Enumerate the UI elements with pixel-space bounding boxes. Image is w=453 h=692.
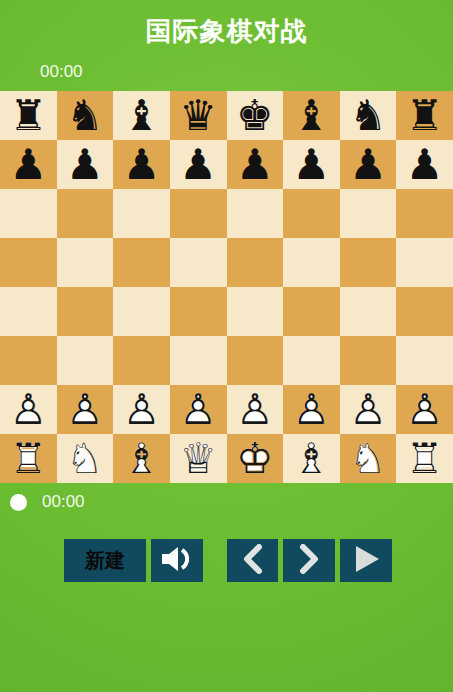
piece-black-pawn: ♟: [396, 140, 453, 189]
square-b8[interactable]: ♞: [57, 91, 114, 140]
piece-white-pawn: ♟♙: [113, 385, 170, 434]
square-a3[interactable]: [0, 336, 57, 385]
square-g6[interactable]: [340, 189, 397, 238]
square-b2[interactable]: ♟♙: [57, 385, 114, 434]
piece-black-pawn: ♟: [0, 140, 57, 189]
square-a1[interactable]: ♜♖: [0, 434, 57, 483]
square-e5[interactable]: [227, 238, 284, 287]
piece-white-pawn: ♟♙: [57, 385, 114, 434]
piece-white-pawn: ♟♙: [340, 385, 397, 434]
piece-white-king: ♚♔: [227, 434, 284, 483]
square-a2[interactable]: ♟♙: [0, 385, 57, 434]
chess-board: ♜♞♝♛♚♝♞♜♟♟♟♟♟♟♟♟♟♙♟♙♟♙♟♙♟♙♟♙♟♙♟♙♜♖♞♘♝♗♛♕…: [0, 91, 453, 483]
square-a4[interactable]: [0, 287, 57, 336]
square-c4[interactable]: [113, 287, 170, 336]
sound-button[interactable]: [151, 539, 203, 582]
piece-white-rook: ♜♖: [396, 434, 453, 483]
piece-black-pawn: ♟: [283, 140, 340, 189]
piece-white-pawn: ♟♙: [396, 385, 453, 434]
square-f4[interactable]: [283, 287, 340, 336]
square-f7[interactable]: ♟: [283, 140, 340, 189]
square-e3[interactable]: [227, 336, 284, 385]
square-f1[interactable]: ♝♗: [283, 434, 340, 483]
piece-white-bishop: ♝♗: [113, 434, 170, 483]
piece-black-pawn: ♟: [113, 140, 170, 189]
piece-black-queen: ♛: [170, 91, 227, 140]
square-g1[interactable]: ♞♘: [340, 434, 397, 483]
square-h1[interactable]: ♜♖: [396, 434, 453, 483]
white-turn-indicator-dot: [10, 494, 27, 511]
play-icon: [350, 543, 382, 578]
previous-move-button[interactable]: [227, 539, 278, 582]
piece-white-bishop: ♝♗: [283, 434, 340, 483]
square-e8[interactable]: ♚: [227, 91, 284, 140]
square-h5[interactable]: [396, 238, 453, 287]
piece-black-pawn: ♟: [170, 140, 227, 189]
square-b3[interactable]: [57, 336, 114, 385]
square-f6[interactable]: [283, 189, 340, 238]
square-d6[interactable]: [170, 189, 227, 238]
piece-white-knight: ♞♘: [57, 434, 114, 483]
white-clock: 00:00: [42, 492, 85, 512]
square-a8[interactable]: ♜: [0, 91, 57, 140]
piece-black-bishop: ♝: [283, 91, 340, 140]
square-d3[interactable]: [170, 336, 227, 385]
square-d5[interactable]: [170, 238, 227, 287]
square-e1[interactable]: ♚♔: [227, 434, 284, 483]
square-h6[interactable]: [396, 189, 453, 238]
square-g7[interactable]: ♟: [340, 140, 397, 189]
piece-black-knight: ♞: [57, 91, 114, 140]
piece-white-pawn: ♟♙: [283, 385, 340, 434]
square-c5[interactable]: [113, 238, 170, 287]
square-g2[interactable]: ♟♙: [340, 385, 397, 434]
square-b7[interactable]: ♟: [57, 140, 114, 189]
toolbar: 新建: [64, 539, 392, 582]
piece-white-pawn: ♟♙: [170, 385, 227, 434]
piece-black-rook: ♜: [0, 91, 57, 140]
square-h3[interactable]: [396, 336, 453, 385]
piece-black-king: ♚: [227, 91, 284, 140]
square-d7[interactable]: ♟: [170, 140, 227, 189]
volume-icon: [160, 544, 194, 577]
square-c3[interactable]: [113, 336, 170, 385]
square-h8[interactable]: ♜: [396, 91, 453, 140]
chevron-right-icon: [296, 544, 322, 577]
square-g4[interactable]: [340, 287, 397, 336]
next-move-button[interactable]: [283, 539, 335, 582]
piece-black-knight: ♞: [340, 91, 397, 140]
square-f2[interactable]: ♟♙: [283, 385, 340, 434]
new-game-button[interactable]: 新建: [64, 539, 146, 582]
square-a5[interactable]: [0, 238, 57, 287]
piece-black-pawn: ♟: [227, 140, 284, 189]
square-a6[interactable]: [0, 189, 57, 238]
play-button[interactable]: [340, 539, 392, 582]
square-g5[interactable]: [340, 238, 397, 287]
piece-black-pawn: ♟: [57, 140, 114, 189]
square-e6[interactable]: [227, 189, 284, 238]
square-e7[interactable]: ♟: [227, 140, 284, 189]
piece-white-pawn: ♟♙: [227, 385, 284, 434]
square-h7[interactable]: ♟: [396, 140, 453, 189]
square-e4[interactable]: [227, 287, 284, 336]
piece-white-knight: ♞♘: [340, 434, 397, 483]
square-g3[interactable]: [340, 336, 397, 385]
square-d2[interactable]: ♟♙: [170, 385, 227, 434]
square-c6[interactable]: [113, 189, 170, 238]
square-c2[interactable]: ♟♙: [113, 385, 170, 434]
square-f5[interactable]: [283, 238, 340, 287]
square-h4[interactable]: [396, 287, 453, 336]
square-a7[interactable]: ♟: [0, 140, 57, 189]
piece-black-pawn: ♟: [340, 140, 397, 189]
square-b1[interactable]: ♞♘: [57, 434, 114, 483]
square-c7[interactable]: ♟: [113, 140, 170, 189]
chevron-left-icon: [240, 544, 266, 577]
square-g8[interactable]: ♞: [340, 91, 397, 140]
black-clock: 00:00: [40, 62, 83, 82]
piece-black-rook: ♜: [396, 91, 453, 140]
square-d1[interactable]: ♛♕: [170, 434, 227, 483]
square-b4[interactable]: [57, 287, 114, 336]
square-h2[interactable]: ♟♙: [396, 385, 453, 434]
square-b6[interactable]: [57, 189, 114, 238]
square-b5[interactable]: [57, 238, 114, 287]
square-f3[interactable]: [283, 336, 340, 385]
piece-black-bishop: ♝: [113, 91, 170, 140]
page-title: 国际象棋对战: [0, 14, 453, 49]
square-c1[interactable]: ♝♗: [113, 434, 170, 483]
piece-white-rook: ♜♖: [0, 434, 57, 483]
piece-white-pawn: ♟♙: [0, 385, 57, 434]
square-f8[interactable]: ♝: [283, 91, 340, 140]
square-d4[interactable]: [170, 287, 227, 336]
square-c8[interactable]: ♝: [113, 91, 170, 140]
square-d8[interactable]: ♛: [170, 91, 227, 140]
square-e2[interactable]: ♟♙: [227, 385, 284, 434]
piece-white-queen: ♛♕: [170, 434, 227, 483]
